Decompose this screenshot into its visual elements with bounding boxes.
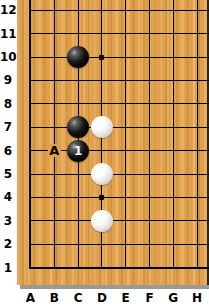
row-label: 4 [0,189,16,205]
grid-line-vertical [125,0,126,269]
grid-line-vertical [29,0,31,269]
column-label: D [94,290,110,306]
grid-line-horizontal [29,174,209,175]
stone-black [67,46,89,68]
stone-move-number: 1 [74,140,82,162]
column-label: E [118,290,134,306]
column-label: G [165,290,181,306]
row-label: 2 [0,236,16,252]
row-label: 6 [0,143,16,159]
board-wood [17,0,209,285]
row-label: 10 [0,49,16,65]
grid-line-vertical [197,0,198,269]
row-label: 9 [0,72,16,88]
grid-line-horizontal [29,220,209,221]
grid-line-horizontal [29,103,209,104]
row-label: 11 [0,26,16,42]
row-label: 5 [0,166,16,182]
star-point [99,195,104,200]
row-label: 1 [0,260,16,276]
grid-line-vertical [54,0,55,269]
stone-white [91,163,113,185]
stone-black: 1 [67,140,89,162]
grid-line-horizontal [29,267,209,269]
grid-line-horizontal [29,197,209,198]
column-label: C [70,290,86,306]
grid-line-horizontal [29,127,209,128]
column-label: F [142,290,158,306]
row-label: 7 [0,119,16,135]
board-drop-shadow [20,285,209,289]
stone-white [91,116,113,138]
column-label: H [189,290,205,306]
row-label: 3 [0,213,16,229]
grid-line-horizontal [29,244,209,245]
grid-line-vertical [173,0,174,269]
grid-line-horizontal [29,33,209,34]
annotation-label: A [49,144,59,157]
annotation-patch: A [48,144,61,157]
grid-line-horizontal [29,80,209,81]
go-diagram: A1121110987654321ABCDEFGH [0,0,209,308]
row-label: 8 [0,96,16,112]
grid-line-vertical [149,0,150,269]
grid-line-horizontal [29,57,209,58]
column-label: A [23,290,39,306]
row-label: 12 [0,2,16,18]
column-label: B [46,290,62,306]
star-point [99,55,104,60]
grid-line-horizontal [29,10,209,11]
stone-white [91,210,113,232]
